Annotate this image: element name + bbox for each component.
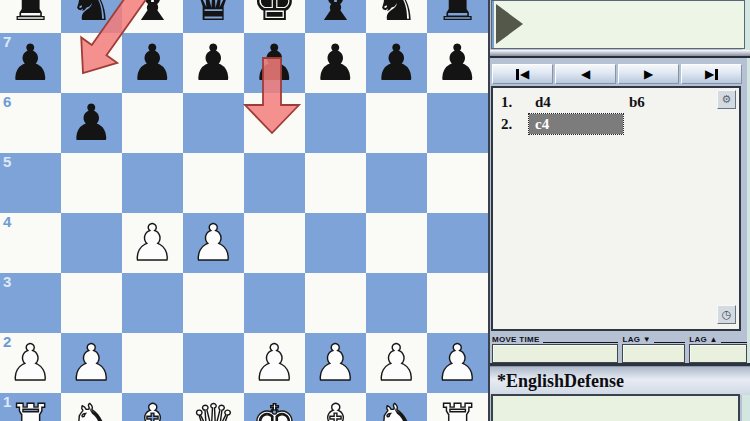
black-rook[interactable]: ♜	[435, 0, 480, 32]
square-h1[interactable]: ♜	[427, 393, 488, 421]
black-pawn[interactable]: ♟	[374, 34, 419, 92]
game-title: *EnglishDefense	[490, 371, 624, 392]
square-e3[interactable]	[244, 273, 305, 333]
square-f8[interactable]: ♝	[305, 0, 366, 33]
chess-app-window: 8♜♞♝♛♚♝♞♜7♟♟♟♟♟♟♟6♟54♟♟32♟♟♟♟♟♟1♜♞♝♛♚♝♞♜…	[0, 0, 750, 421]
nav-forward-button[interactable]: ▶	[618, 64, 679, 84]
square-f4[interactable]	[305, 213, 366, 273]
side-panel: ◀ ◀ ▶ ▶ 1.d4b62.c4 ⚙ ◷	[488, 0, 750, 421]
move-black[interactable]: b6	[623, 92, 717, 112]
gear-icon: ⚙	[722, 94, 732, 105]
step-back-icon: ◀	[581, 68, 590, 80]
white-pawn[interactable]: ♟	[130, 214, 175, 272]
move-time-label: MOVE TIME	[492, 335, 540, 344]
white-pawn[interactable]: ♟	[374, 334, 419, 392]
skip-bar-icon	[516, 69, 519, 80]
white-pawn[interactable]: ♟	[252, 334, 297, 392]
square-e7[interactable]: ♟	[244, 33, 305, 93]
square-d4[interactable]: ♟	[183, 213, 244, 273]
square-a2[interactable]: 2♟	[0, 333, 61, 393]
white-pawn[interactable]: ♟	[191, 214, 236, 272]
move-black[interactable]	[623, 114, 717, 134]
move-white-selected[interactable]: c4	[529, 114, 623, 134]
move-time-field[interactable]	[492, 344, 618, 363]
square-g8[interactable]: ♞	[366, 0, 427, 33]
play-icon[interactable]	[496, 4, 523, 44]
square-f3[interactable]	[305, 273, 366, 333]
square-h6[interactable]	[427, 93, 488, 153]
clock-icon: ◷	[722, 309, 732, 320]
white-bishop[interactable]: ♝	[130, 394, 175, 421]
square-g3[interactable]	[366, 273, 427, 333]
square-a1[interactable]: 1♜	[0, 393, 61, 421]
rank-label-3: 3	[3, 274, 11, 289]
white-pawn[interactable]: ♟	[435, 334, 480, 392]
square-e1[interactable]: ♚	[244, 393, 305, 421]
square-g1[interactable]: ♞	[366, 393, 427, 421]
black-pawn[interactable]: ♟	[313, 34, 358, 92]
white-bishop[interactable]: ♝	[313, 394, 358, 421]
move-row: 1.d4b6	[493, 91, 739, 113]
white-king[interactable]: ♚	[252, 394, 297, 421]
timing-footer: MOVE TIME LAG ▼ LAG ▲	[491, 334, 747, 363]
black-pawn[interactable]: ♟	[435, 34, 480, 92]
black-pawn[interactable]: ♟	[130, 34, 175, 92]
white-pawn[interactable]: ♟	[8, 334, 53, 392]
label-underline	[721, 342, 747, 343]
white-queen[interactable]: ♛	[191, 394, 236, 421]
annotation-button[interactable]: ⚙	[717, 90, 736, 109]
square-f5[interactable]	[305, 153, 366, 213]
square-a4[interactable]: 4	[0, 213, 61, 273]
square-h7[interactable]: ♟	[427, 33, 488, 93]
lag-down-field[interactable]	[622, 344, 685, 363]
move-navigation-toolbar: ◀ ◀ ▶ ▶	[492, 64, 742, 84]
black-pawn[interactable]: ♟	[252, 34, 297, 92]
move-list-panel: 1.d4b62.c4 ⚙ ◷	[491, 86, 741, 331]
rank-label-5: 5	[3, 154, 11, 169]
square-c6[interactable]	[122, 93, 183, 153]
move-number: 1.	[493, 94, 529, 111]
black-rook[interactable]: ♜	[8, 0, 53, 32]
white-pawn[interactable]: ♟	[69, 334, 114, 392]
square-b2[interactable]: ♟	[61, 333, 122, 393]
white-pawn[interactable]: ♟	[313, 334, 358, 392]
black-knight[interactable]: ♞	[374, 0, 419, 32]
white-knight[interactable]: ♞	[69, 394, 114, 421]
nav-back-button[interactable]: ◀	[555, 64, 616, 84]
square-b7[interactable]	[61, 33, 122, 93]
label-underline	[654, 342, 685, 343]
square-c2[interactable]	[122, 333, 183, 393]
square-g4[interactable]	[366, 213, 427, 273]
square-h8[interactable]: ♜	[427, 0, 488, 33]
square-f6[interactable]	[305, 93, 366, 153]
square-g2[interactable]: ♟	[366, 333, 427, 393]
black-queen[interactable]: ♛	[191, 0, 236, 32]
square-g6[interactable]	[366, 93, 427, 153]
square-d5[interactable]	[183, 153, 244, 213]
white-rook[interactable]: ♜	[435, 394, 480, 421]
square-h3[interactable]	[427, 273, 488, 333]
rank-label-1: 1	[3, 394, 11, 409]
square-a6[interactable]: 6	[0, 93, 61, 153]
square-f7[interactable]: ♟	[305, 33, 366, 93]
square-e8[interactable]: ♚	[244, 0, 305, 33]
black-bishop[interactable]: ♝	[313, 0, 358, 32]
square-e6[interactable]	[244, 93, 305, 153]
square-d2[interactable]	[183, 333, 244, 393]
square-c3[interactable]	[122, 273, 183, 333]
square-e5[interactable]	[244, 153, 305, 213]
game-title-bar: *EnglishDefense	[490, 366, 750, 395]
square-c5[interactable]	[122, 153, 183, 213]
square-a5[interactable]: 5	[0, 153, 61, 213]
black-king[interactable]: ♚	[252, 0, 297, 32]
black-knight[interactable]: ♞	[69, 0, 114, 32]
move-white[interactable]: d4	[529, 92, 623, 112]
chess-board[interactable]: 8♜♞♝♛♚♝♞♜7♟♟♟♟♟♟♟6♟54♟♟32♟♟♟♟♟♟1♜♞♝♛♚♝♞♜	[0, 0, 488, 421]
label-underline	[543, 342, 619, 343]
square-f2[interactable]: ♟	[305, 333, 366, 393]
nav-first-button[interactable]: ◀	[492, 64, 553, 84]
lag-down-label: LAG ▼	[622, 335, 651, 344]
square-e4[interactable]	[244, 213, 305, 273]
nav-last-button[interactable]: ▶	[681, 64, 742, 84]
square-h2[interactable]: ♟	[427, 333, 488, 393]
move-number: 2.	[493, 116, 529, 133]
square-f1[interactable]: ♝	[305, 393, 366, 421]
engine-output-box	[491, 0, 745, 49]
move-row: 2.c4	[493, 113, 739, 135]
rank-label-2: 2	[3, 334, 11, 349]
square-h5[interactable]	[427, 153, 488, 213]
panel-divider	[490, 50, 750, 58]
black-bishop[interactable]: ♝	[130, 0, 175, 32]
square-c1[interactable]: ♝	[122, 393, 183, 421]
skip-to-start-icon: ◀	[520, 68, 529, 80]
square-b6[interactable]: ♟	[61, 93, 122, 153]
square-a8[interactable]: 8♜	[0, 0, 61, 33]
lag-up-label: LAG ▲	[689, 335, 718, 344]
step-forward-icon: ▶	[644, 68, 653, 80]
rank-label-6: 6	[3, 94, 11, 109]
square-d3[interactable]	[183, 273, 244, 333]
square-h4[interactable]	[427, 213, 488, 273]
lag-up-field[interactable]	[689, 344, 747, 363]
square-a3[interactable]: 3	[0, 273, 61, 333]
clock-button[interactable]: ◷	[717, 305, 736, 324]
rank-label-7: 7	[3, 34, 11, 49]
square-g5[interactable]	[366, 153, 427, 213]
black-pawn[interactable]: ♟	[8, 34, 53, 92]
square-g7[interactable]: ♟	[366, 33, 427, 93]
square-c8[interactable]: ♝	[122, 0, 183, 33]
move-list: 1.d4b62.c4	[493, 88, 739, 135]
move-list-frame: ◀ ◀ ▶ ▶ 1.d4b62.c4 ⚙ ◷	[490, 58, 747, 363]
square-b3[interactable]	[61, 273, 122, 333]
square-b1[interactable]: ♞	[61, 393, 122, 421]
skip-to-end-icon: ▶	[705, 68, 714, 80]
square-c4[interactable]: ♟	[122, 213, 183, 273]
square-d1[interactable]: ♛	[183, 393, 244, 421]
white-knight[interactable]: ♞	[374, 394, 419, 421]
white-rook[interactable]: ♜	[8, 394, 53, 421]
square-b8[interactable]: ♞	[61, 0, 122, 33]
black-pawn[interactable]: ♟	[69, 94, 114, 152]
skip-bar-icon	[715, 69, 718, 80]
square-b4[interactable]	[61, 213, 122, 273]
square-d8[interactable]: ♛	[183, 0, 244, 33]
square-b5[interactable]	[61, 153, 122, 213]
square-d7[interactable]: ♟	[183, 33, 244, 93]
square-d6[interactable]	[183, 93, 244, 153]
square-a7[interactable]: 7♟	[0, 33, 61, 93]
square-e2[interactable]: ♟	[244, 333, 305, 393]
rank-label-4: 4	[3, 214, 11, 229]
black-pawn[interactable]: ♟	[191, 34, 236, 92]
board-viewport: 8♜♞♝♛♚♝♞♜7♟♟♟♟♟♟♟6♟54♟♟32♟♟♟♟♟♟1♜♞♝♛♚♝♞♜	[0, 0, 488, 421]
square-c7[interactable]: ♟	[122, 33, 183, 93]
chat-console-box[interactable]	[491, 394, 740, 421]
